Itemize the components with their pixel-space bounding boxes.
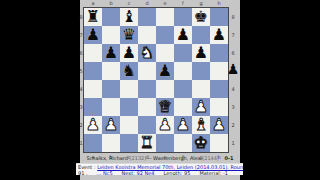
- square-g2[interactable]: ♝: [192, 116, 210, 134]
- rank-label-3: 3: [79, 98, 83, 116]
- black-pawn: ♟: [158, 62, 172, 80]
- chess-app-window: abcdefgh ♜♝♚♟♛♟♟♟♟♞♟♞♟♛♟♟♟♟♟♝♟♜♚ abcdefg…: [80, 0, 240, 180]
- square-c7[interactable]: ♛: [120, 26, 138, 44]
- square-e4[interactable]: [156, 80, 174, 98]
- square-g4[interactable]: [192, 80, 210, 98]
- rank-labels-left: 87654321: [79, 8, 83, 152]
- square-g5[interactable]: [192, 62, 210, 80]
- black-player-name: Wassenbergh, Alex: [153, 155, 201, 161]
- square-c8[interactable]: ♝: [120, 8, 138, 26]
- square-c3[interactable]: [120, 98, 138, 116]
- square-e1[interactable]: [156, 134, 174, 152]
- move-status-caption: 91 . ... Nc5 Next: 92 Ne4 Length: 95 Mat…: [78, 170, 241, 175]
- material-group: Material: -1: [199, 170, 228, 175]
- file-labels-top: abcdefgh: [84, 0, 228, 6]
- square-f8[interactable]: [174, 8, 192, 26]
- rank-label-2: 2: [231, 116, 235, 134]
- rank-label-2: 2: [79, 116, 83, 134]
- square-c2[interactable]: [120, 116, 138, 134]
- black-pawn: ♟: [122, 44, 136, 62]
- next-move: 92 Ne4: [137, 170, 155, 175]
- caption-band: Event : Leiden Kooistra Memorial 70th, L…: [76, 163, 243, 175]
- black-player-rating: (2144): [202, 155, 219, 161]
- rank-labels-right: 87654321: [231, 8, 235, 152]
- square-b4[interactable]: [102, 80, 120, 98]
- square-f2[interactable]: ♟: [174, 116, 192, 134]
- rank-label-8: 8: [79, 8, 83, 26]
- black-pawn: ♟: [212, 26, 226, 44]
- square-d2[interactable]: [138, 116, 156, 134]
- square-e5[interactable]: ♟: [156, 62, 174, 80]
- move-number: 91 .: [78, 170, 88, 175]
- square-g7[interactable]: [192, 26, 210, 44]
- black-knight: ♞: [122, 62, 136, 80]
- square-g3[interactable]: ♟: [192, 98, 210, 116]
- rank-label-4: 4: [79, 80, 83, 98]
- square-c6[interactable]: ♟: [120, 44, 138, 62]
- next-move-group: Next: 92 Ne4: [122, 170, 155, 175]
- file-label-f: f: [174, 0, 192, 6]
- black-bishop: ♝: [122, 8, 136, 26]
- square-a7[interactable]: ♟: [84, 26, 102, 44]
- file-label-c: c: [120, 0, 138, 6]
- square-a4[interactable]: [84, 80, 102, 98]
- black-king: ♚: [194, 8, 208, 26]
- length-group: Length: 95: [163, 170, 190, 175]
- length-value: 95: [184, 170, 190, 175]
- square-d8[interactable]: [138, 8, 156, 26]
- square-c4[interactable]: [120, 80, 138, 98]
- square-a2[interactable]: ♟: [84, 116, 102, 134]
- material-label: Material:: [199, 170, 221, 175]
- next-label: Next:: [122, 170, 135, 175]
- black-pawn: ♟: [176, 26, 190, 44]
- square-b7[interactable]: [102, 26, 120, 44]
- material-value: -1: [223, 170, 228, 175]
- white-pawn: ♟: [158, 116, 172, 134]
- square-g1[interactable]: ♚: [192, 134, 210, 152]
- square-b3[interactable]: [102, 98, 120, 116]
- black-queen: ♛: [122, 26, 136, 44]
- square-c5[interactable]: ♞: [120, 62, 138, 80]
- rank-label-5: 5: [79, 62, 83, 80]
- letterbox-stage: abcdefgh ♜♝♚♟♛♟♟♟♟♞♟♞♟♛♟♟♟♟♟♝♟♜♚ abcdefg…: [0, 0, 320, 180]
- square-h4[interactable]: [210, 80, 228, 98]
- white-player-rating: (2132): [130, 155, 147, 161]
- square-f1[interactable]: [174, 134, 192, 152]
- players-separator: --: [148, 155, 152, 161]
- square-a5[interactable]: [84, 62, 102, 80]
- rank-label-1: 1: [79, 134, 83, 152]
- square-d4[interactable]: [138, 80, 156, 98]
- square-c1[interactable]: [120, 134, 138, 152]
- black-rook: ♜: [86, 8, 100, 26]
- square-e7[interactable]: [156, 26, 174, 44]
- square-e2[interactable]: ♟: [156, 116, 174, 134]
- square-h7[interactable]: ♟: [210, 26, 228, 44]
- square-b6[interactable]: ♟: [102, 44, 120, 62]
- square-b5[interactable]: [102, 62, 120, 80]
- rank-label-1: 1: [231, 134, 235, 152]
- players-caption: Schalkx, Richard (2132) -- Wassenbergh, …: [70, 155, 250, 162]
- white-knight: ♞: [140, 44, 154, 62]
- black-pawn-icon: ♟: [227, 61, 240, 77]
- square-f7[interactable]: ♟: [174, 26, 192, 44]
- chess-board[interactable]: ♜♝♚♟♛♟♟♟♟♞♟♞♟♛♟♟♟♟♟♝♟♜♚: [83, 7, 229, 153]
- white-pawn: ♟: [212, 116, 226, 134]
- white-pawn: ♟: [176, 116, 190, 134]
- game-result: 0-1: [225, 155, 234, 161]
- white-pawn: ♟: [194, 98, 208, 116]
- white-pawn: ♟: [86, 116, 100, 134]
- square-b2[interactable]: ♟: [102, 116, 120, 134]
- white-queen: ♛: [158, 98, 172, 116]
- material-indicator: ♟: [226, 59, 240, 77]
- black-pawn: ♟: [194, 44, 208, 62]
- rank-label-7: 7: [79, 26, 83, 44]
- square-a8[interactable]: ♜: [84, 8, 102, 26]
- square-e8[interactable]: [156, 8, 174, 26]
- square-h3[interactable]: [210, 98, 228, 116]
- rank-label-3: 3: [231, 98, 235, 116]
- length-label: Length:: [163, 170, 182, 175]
- square-g8[interactable]: ♚: [192, 8, 210, 26]
- square-d1[interactable]: ♜: [138, 134, 156, 152]
- white-rook: ♜: [140, 134, 154, 152]
- rank-label-8: 8: [231, 8, 235, 26]
- square-f3[interactable]: [174, 98, 192, 116]
- file-label-h: h: [210, 0, 228, 6]
- square-h8[interactable]: [210, 8, 228, 26]
- square-d7[interactable]: [138, 26, 156, 44]
- square-a3[interactable]: [84, 98, 102, 116]
- square-b8[interactable]: [102, 8, 120, 26]
- square-h2[interactable]: ♟: [210, 116, 228, 134]
- square-g6[interactable]: ♟: [192, 44, 210, 62]
- black-pawn: ♟: [86, 26, 100, 44]
- square-f4[interactable]: [174, 80, 192, 98]
- white-pawn: ♟: [104, 116, 118, 134]
- square-e6[interactable]: [156, 44, 174, 62]
- rank-label-7: 7: [231, 26, 235, 44]
- file-label-b: b: [102, 0, 120, 6]
- last-move: ... Nc5: [97, 170, 113, 175]
- white-player-name: Schalkx, Richard: [86, 155, 128, 161]
- rank-label-6: 6: [79, 44, 83, 62]
- square-h1[interactable]: [210, 134, 228, 152]
- square-d5[interactable]: [138, 62, 156, 80]
- file-label-d: d: [138, 0, 156, 6]
- file-label-a: a: [84, 0, 102, 6]
- square-f5[interactable]: [174, 62, 192, 80]
- square-b1[interactable]: [102, 134, 120, 152]
- square-a6[interactable]: [84, 44, 102, 62]
- white-bishop: ♝: [194, 116, 208, 134]
- square-f6[interactable]: [174, 44, 192, 62]
- square-e3[interactable]: ♛: [156, 98, 174, 116]
- file-label-g: g: [192, 0, 210, 6]
- square-d3[interactable]: [138, 98, 156, 116]
- square-a1[interactable]: [84, 134, 102, 152]
- square-d6[interactable]: ♞: [138, 44, 156, 62]
- rank-label-4: 4: [231, 80, 235, 98]
- black-pawn: ♟: [104, 44, 118, 62]
- white-king: ♚: [194, 134, 208, 152]
- file-label-e: e: [156, 0, 174, 6]
